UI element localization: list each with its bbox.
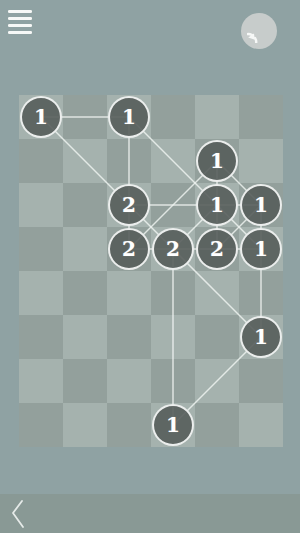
chevron-left-icon [13,501,23,527]
board-square-5-0 [239,95,283,139]
node-E-value-1[interactable]: 1 [196,184,238,226]
hamburger-icon [8,24,32,27]
board-square-3-6 [151,359,195,403]
hamburger-icon [8,31,32,34]
board-square-1-7 [63,403,107,447]
board-square-4-7 [195,403,239,447]
board-square-0-5 [19,315,63,359]
board-square-2-6 [107,359,151,403]
board-square-4-6 [195,359,239,403]
board-square-4-0 [195,95,239,139]
board [19,95,283,447]
board-square-4-5 [195,315,239,359]
node-K-value-1[interactable]: 1 [240,316,282,358]
node-B-value-1[interactable]: 1 [108,96,150,138]
board-square-3-0 [151,95,195,139]
board-square-1-4 [63,271,107,315]
restart-arrow-icon [247,19,271,43]
board-square-0-6 [19,359,63,403]
board-square-5-6 [239,359,283,403]
footer-bar [0,494,300,533]
board-square-0-3 [19,227,63,271]
board-square-2-1 [107,139,151,183]
node-C-value-1[interactable]: 1 [196,140,238,182]
board-square-1-5 [63,315,107,359]
board-square-1-1 [63,139,107,183]
board-square-0-1 [19,139,63,183]
board-square-1-2 [63,183,107,227]
board-square-4-4 [195,271,239,315]
board-square-2-4 [107,271,151,315]
board-square-3-2 [151,183,195,227]
node-J-value-1[interactable]: 1 [240,228,282,270]
board-square-1-0 [63,95,107,139]
reset-button[interactable] [241,13,277,49]
app-screen: 111211222111 [0,0,300,533]
board-square-0-4 [19,271,63,315]
node-A-value-1[interactable]: 1 [20,96,62,138]
menu-button[interactable] [8,10,32,36]
board-square-5-7 [239,403,283,447]
node-G-value-2[interactable]: 2 [108,228,150,270]
board-square-3-4 [151,271,195,315]
node-D-value-2[interactable]: 2 [108,184,150,226]
hamburger-icon [8,17,32,20]
board-square-0-7 [19,403,63,447]
board-square-5-4 [239,271,283,315]
board-square-3-1 [151,139,195,183]
board-square-0-2 [19,183,63,227]
node-F-value-1[interactable]: 1 [240,184,282,226]
board-square-3-5 [151,315,195,359]
hamburger-icon [8,10,32,13]
back-button[interactable] [8,497,28,529]
node-H-value-2[interactable]: 2 [152,228,194,270]
node-I-value-2[interactable]: 2 [196,228,238,270]
board-square-2-5 [107,315,151,359]
board-square-1-3 [63,227,107,271]
board-square-5-1 [239,139,283,183]
board-square-2-7 [107,403,151,447]
board-square-1-6 [63,359,107,403]
node-L-value-1[interactable]: 1 [152,404,194,446]
